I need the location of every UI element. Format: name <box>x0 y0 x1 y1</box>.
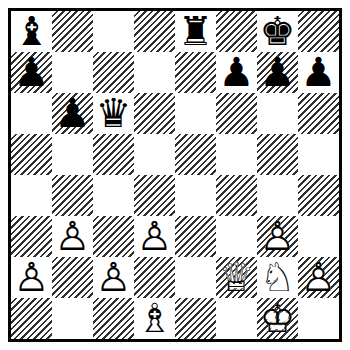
piece-white-pawn: ♟♙ <box>134 216 175 257</box>
square-b7[interactable] <box>52 52 93 93</box>
square-c1[interactable] <box>93 298 134 339</box>
piece-glyph: ♜ <box>178 11 214 52</box>
piece-glyph: ♟ <box>219 52 255 93</box>
square-b5[interactable] <box>52 134 93 175</box>
square-h5[interactable] <box>298 134 339 175</box>
square-h6[interactable] <box>298 93 339 134</box>
piece-outline-layer: ♙ <box>14 257 50 298</box>
piece-glyph: ♟ <box>260 52 296 93</box>
board-frame: ♝♜♚♟♟♟♟♟♛♟♙♟♙♟♙♟♙♟♙♛♕♞♘♟♙♝♗♚♔ <box>8 8 342 342</box>
square-c4[interactable] <box>93 175 134 216</box>
square-e8[interactable]: ♜ <box>175 11 216 52</box>
piece-black-bishop: ♝ <box>11 11 52 52</box>
square-a4[interactable] <box>11 175 52 216</box>
piece-black-rook: ♜ <box>175 11 216 52</box>
piece-outline-layer: ♘ <box>260 257 296 298</box>
square-e7[interactable] <box>175 52 216 93</box>
square-h7[interactable]: ♟ <box>298 52 339 93</box>
square-e1[interactable] <box>175 298 216 339</box>
piece-glyph: ♟ <box>55 93 91 134</box>
square-f3[interactable] <box>216 216 257 257</box>
square-h4[interactable] <box>298 175 339 216</box>
square-d3[interactable]: ♟♙ <box>134 216 175 257</box>
square-a3[interactable] <box>11 216 52 257</box>
piece-white-queen: ♛♕ <box>216 257 257 298</box>
square-c5[interactable] <box>93 134 134 175</box>
piece-outline-layer: ♙ <box>260 216 296 257</box>
square-a7[interactable]: ♟ <box>11 52 52 93</box>
square-c7[interactable] <box>93 52 134 93</box>
square-a1[interactable] <box>11 298 52 339</box>
piece-outline-layer: ♗ <box>137 298 173 339</box>
square-d1[interactable]: ♝♗ <box>134 298 175 339</box>
square-d8[interactable] <box>134 11 175 52</box>
square-b4[interactable] <box>52 175 93 216</box>
piece-outline-layer: ♙ <box>96 257 132 298</box>
chess-board: ♝♜♚♟♟♟♟♟♛♟♙♟♙♟♙♟♙♟♙♛♕♞♘♟♙♝♗♚♔ <box>11 11 339 339</box>
square-b3[interactable]: ♟♙ <box>52 216 93 257</box>
piece-outline-layer: ♔ <box>260 298 296 339</box>
square-g7[interactable]: ♟ <box>257 52 298 93</box>
square-g3[interactable]: ♟♙ <box>257 216 298 257</box>
square-e2[interactable] <box>175 257 216 298</box>
piece-outline-layer: ♕ <box>219 257 255 298</box>
square-a2[interactable]: ♟♙ <box>11 257 52 298</box>
square-h2[interactable]: ♟♙ <box>298 257 339 298</box>
square-b2[interactable] <box>52 257 93 298</box>
piece-glyph: ♛ <box>96 93 132 134</box>
square-c3[interactable] <box>93 216 134 257</box>
square-f5[interactable] <box>216 134 257 175</box>
piece-white-pawn: ♟♙ <box>257 216 298 257</box>
square-a5[interactable] <box>11 134 52 175</box>
square-e6[interactable] <box>175 93 216 134</box>
piece-white-bishop: ♝♗ <box>134 298 175 339</box>
square-b8[interactable] <box>52 11 93 52</box>
piece-outline-layer: ♙ <box>55 216 91 257</box>
piece-black-king: ♚ <box>257 11 298 52</box>
square-h1[interactable] <box>298 298 339 339</box>
square-d6[interactable] <box>134 93 175 134</box>
square-d5[interactable] <box>134 134 175 175</box>
piece-black-pawn: ♟ <box>257 52 298 93</box>
piece-white-pawn: ♟♙ <box>93 257 134 298</box>
square-h8[interactable] <box>298 11 339 52</box>
square-c8[interactable] <box>93 11 134 52</box>
square-f1[interactable] <box>216 298 257 339</box>
diagram-background: ♝♜♚♟♟♟♟♟♛♟♙♟♙♟♙♟♙♟♙♛♕♞♘♟♙♝♗♚♔ <box>0 0 350 350</box>
piece-glyph: ♟ <box>14 52 50 93</box>
square-c6[interactable]: ♛ <box>93 93 134 134</box>
piece-white-king: ♚♔ <box>257 298 298 339</box>
square-e3[interactable] <box>175 216 216 257</box>
square-e5[interactable] <box>175 134 216 175</box>
piece-glyph: ♚ <box>260 11 296 52</box>
square-f8[interactable] <box>216 11 257 52</box>
square-g8[interactable]: ♚ <box>257 11 298 52</box>
square-d7[interactable] <box>134 52 175 93</box>
piece-white-pawn: ♟♙ <box>52 216 93 257</box>
square-g4[interactable] <box>257 175 298 216</box>
square-h3[interactable] <box>298 216 339 257</box>
square-d4[interactable] <box>134 175 175 216</box>
square-f6[interactable] <box>216 93 257 134</box>
square-e4[interactable] <box>175 175 216 216</box>
square-b1[interactable] <box>52 298 93 339</box>
piece-white-knight: ♞♘ <box>257 257 298 298</box>
square-c2[interactable]: ♟♙ <box>93 257 134 298</box>
square-a6[interactable] <box>11 93 52 134</box>
square-g5[interactable] <box>257 134 298 175</box>
square-f2[interactable]: ♛♕ <box>216 257 257 298</box>
square-g6[interactable] <box>257 93 298 134</box>
square-g2[interactable]: ♞♘ <box>257 257 298 298</box>
piece-black-queen: ♛ <box>93 93 134 134</box>
square-d2[interactable] <box>134 257 175 298</box>
piece-white-pawn: ♟♙ <box>11 257 52 298</box>
piece-white-pawn: ♟♙ <box>298 257 339 298</box>
square-g1[interactable]: ♚♔ <box>257 298 298 339</box>
piece-glyph: ♟ <box>301 52 337 93</box>
square-f4[interactable] <box>216 175 257 216</box>
piece-black-pawn: ♟ <box>11 52 52 93</box>
piece-black-pawn: ♟ <box>298 52 339 93</box>
piece-outline-layer: ♙ <box>137 216 173 257</box>
piece-glyph: ♝ <box>14 11 50 52</box>
piece-black-pawn: ♟ <box>216 52 257 93</box>
piece-black-pawn: ♟ <box>52 93 93 134</box>
square-f7[interactable]: ♟ <box>216 52 257 93</box>
piece-outline-layer: ♙ <box>301 257 337 298</box>
square-b6[interactable]: ♟ <box>52 93 93 134</box>
square-a8[interactable]: ♝ <box>11 11 52 52</box>
